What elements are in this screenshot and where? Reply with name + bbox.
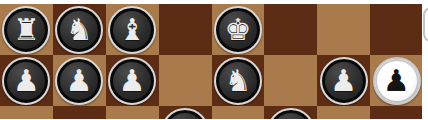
square-b8[interactable]: ♞: [53, 4, 106, 55]
piece-black-knight[interactable]: ♞: [214, 57, 262, 105]
page: ♜♞♝♚♟♟♟♞♟♟: [0, 0, 428, 119]
square-f7[interactable]: [264, 55, 317, 106]
piece-black-pawn[interactable]: ♟: [2, 57, 50, 105]
square-a6[interactable]: [0, 106, 53, 119]
square-b7[interactable]: ♟: [53, 55, 106, 106]
square-a8[interactable]: ♜: [0, 4, 53, 55]
square-f6[interactable]: [264, 106, 317, 119]
pawn-glyph: ♟: [330, 59, 357, 103]
square-c6[interactable]: [106, 106, 159, 119]
chess-board: ♜♞♝♚♟♟♟♞♟♟: [0, 4, 423, 119]
right-panel-rounded-element[interactable]: [423, 7, 428, 42]
square-e8[interactable]: ♚: [212, 4, 265, 55]
square-b6[interactable]: [53, 106, 106, 119]
square-h8[interactable]: [370, 4, 423, 55]
square-h7[interactable]: ♟: [370, 55, 423, 106]
square-g8[interactable]: [317, 4, 370, 55]
square-d6[interactable]: [159, 106, 212, 119]
pawn-glyph: ♟: [119, 59, 146, 103]
square-g6[interactable]: [317, 106, 370, 119]
bishop-glyph: ♝: [119, 8, 146, 52]
knight-glyph: ♞: [224, 59, 251, 103]
square-a7[interactable]: ♟: [0, 55, 53, 106]
square-d7[interactable]: [159, 55, 212, 106]
square-h6[interactable]: [370, 106, 423, 119]
square-c7[interactable]: ♟: [106, 55, 159, 106]
piece-black-pawn[interactable]: ♟: [320, 57, 368, 105]
square-d8[interactable]: [159, 4, 212, 55]
piece-black-pawn[interactable]: ♟: [55, 57, 103, 105]
pawn-glyph: ♟: [383, 59, 410, 103]
piece-black-knight[interactable]: ♞: [55, 6, 103, 54]
piece-white-pawn[interactable]: ♟: [373, 57, 421, 105]
square-g7[interactable]: ♟: [317, 55, 370, 106]
square-e7[interactable]: ♞: [212, 55, 265, 106]
piece-black-unknown[interactable]: [161, 108, 209, 120]
pawn-glyph: ♟: [66, 59, 93, 103]
square-e6[interactable]: [212, 106, 265, 119]
piece-black-bishop[interactable]: ♝: [108, 6, 156, 54]
king-glyph: ♚: [224, 8, 251, 52]
piece-black-pawn[interactable]: ♟: [108, 57, 156, 105]
square-f8[interactable]: [264, 4, 317, 55]
knight-glyph: ♞: [66, 8, 93, 52]
piece-black-king[interactable]: ♚: [214, 6, 262, 54]
rook-glyph: ♜: [13, 8, 40, 52]
square-c8[interactable]: ♝: [106, 4, 159, 55]
pawn-glyph: ♟: [13, 59, 40, 103]
piece-black-rook[interactable]: ♜: [2, 6, 50, 54]
piece-black-unknown[interactable]: [267, 108, 315, 120]
